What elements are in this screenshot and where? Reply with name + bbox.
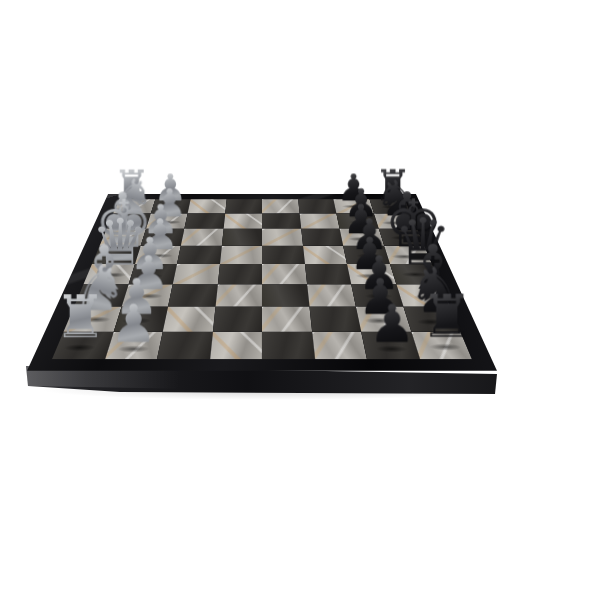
square-d4 (217, 264, 262, 284)
square-b6 (309, 307, 361, 332)
square-a3 (157, 332, 212, 360)
square-f3 (181, 229, 223, 246)
square-b3 (163, 307, 215, 332)
square-h6 (298, 199, 337, 213)
square-e4 (220, 246, 263, 264)
square-e6 (303, 246, 347, 264)
square-e3 (177, 246, 221, 264)
square-h3 (188, 199, 227, 213)
square-g3 (184, 213, 224, 228)
square-d6 (305, 264, 352, 284)
black-rook-glyph-icon: ♜ (420, 287, 473, 347)
chess-board: ♜♞♝♛♚♝♞♜♟♟♟♟♟♟♟♟♟♟♟♟♟♟♟♟♜♞♝♛♚♝♞♜ (27, 194, 497, 371)
square-a4 (209, 332, 262, 360)
square-h5 (262, 199, 299, 213)
square-f5 (262, 229, 303, 246)
square-d5 (262, 264, 307, 284)
white-rook: ♜ (54, 288, 105, 349)
square-b4 (212, 307, 262, 332)
square-f6 (301, 229, 343, 246)
white-pawn: ♟ (107, 296, 159, 349)
square-e5 (262, 246, 305, 264)
square-c4 (215, 284, 262, 306)
square-a6 (312, 332, 367, 360)
square-c3 (168, 284, 217, 306)
chess-set-photo: ♜♞♝♛♚♝♞♜♟♟♟♟♟♟♟♟♟♟♟♟♟♟♟♟♜♞♝♛♚♝♞♜ (0, 0, 600, 600)
square-c5 (262, 284, 309, 306)
board-scene: ♜♞♝♛♚♝♞♜♟♟♟♟♟♟♟♟♟♟♟♟♟♟♟♟♜♞♝♛♚♝♞♜ (76, 78, 448, 450)
square-c6 (307, 284, 356, 306)
square-d3 (173, 264, 220, 284)
square-h4 (225, 199, 262, 213)
square-f4 (221, 229, 262, 246)
square-g5 (262, 213, 301, 228)
white-rook-glyph-icon: ♜ (54, 288, 107, 349)
square-b5 (262, 307, 312, 332)
square-a5 (262, 332, 315, 360)
square-g4 (223, 213, 262, 228)
black-rook: ♜ (420, 287, 471, 347)
black-pawn: ♟ (366, 296, 418, 349)
square-g6 (299, 213, 339, 228)
white-pawn-glyph-icon: ♟ (110, 296, 157, 349)
black-pawn-glyph-icon: ♟ (369, 296, 416, 349)
